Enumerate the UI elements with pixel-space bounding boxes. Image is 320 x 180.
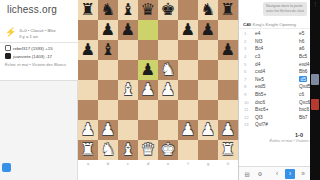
black-color-icon <box>5 53 11 59</box>
white-bishop-c4[interactable]: ♝ <box>118 80 138 100</box>
coord-d: d <box>138 160 158 168</box>
square-b6[interactable]: ♝ <box>98 40 118 60</box>
white-move-8[interactable]: exd5 <box>255 84 299 89</box>
square-c8[interactable]: ♝ <box>118 0 138 20</box>
square-g4[interactable] <box>198 80 218 100</box>
square-g3[interactable] <box>198 100 218 120</box>
white-queen-d1[interactable]: ♛ <box>138 140 158 160</box>
white-move-13[interactable]: Qxf7# <box>255 122 299 127</box>
move-row-4: 4c3Bc5 <box>239 53 320 61</box>
square-c6[interactable] <box>118 40 138 60</box>
square-b8[interactable]: ♞ <box>98 0 118 20</box>
square-f2[interactable]: ♟ <box>178 120 198 140</box>
chat-panel[interactable] <box>0 80 78 180</box>
move-row-13: 13Qxf7# <box>239 121 320 129</box>
blitz-bolt-icon: ⚡ <box>5 28 16 37</box>
move-row-12: 12Qf3Bb7 <box>239 114 320 122</box>
white-move-7[interactable]: Ne5 <box>255 77 299 82</box>
white-player-name[interactable]: rebel317 (1593) +15 <box>13 46 53 51</box>
move-number: 4 <box>239 54 255 59</box>
coord-g: g <box>198 160 218 168</box>
black-pawn-b7[interactable]: ♟ <box>98 20 118 40</box>
black-player-row[interactable]: juanviete (1403) -17 <box>5 53 78 59</box>
move-list: 1e4e52Nf3h63Bc4a64c3Bc55d4exd46cxd4Bb67N… <box>239 30 320 129</box>
move-row-1: 1e4e5 <box>239 30 320 38</box>
black-rook-a8[interactable]: ♜ <box>78 0 98 20</box>
square-f8[interactable] <box>178 0 198 20</box>
white-move-1[interactable]: e4 <box>255 31 299 36</box>
square-e7[interactable] <box>158 20 178 40</box>
square-a3[interactable] <box>78 100 98 120</box>
white-bishop-c1[interactable]: ♝ <box>118 140 138 160</box>
white-pawn-g2[interactable]: ♟ <box>198 120 218 140</box>
square-g7[interactable]: ♟ <box>198 20 218 40</box>
file-coordinates: abcdefgh <box>78 160 238 168</box>
sidebar: lichess.org ⚡ 3+0 • Classé • Blitz Il y … <box>0 0 78 180</box>
prev-move-button[interactable]: ‹ <box>272 169 282 179</box>
black-rook-h8[interactable]: ♜ <box>218 0 238 20</box>
white-knight-b1[interactable]: ♞ <box>98 140 118 160</box>
square-b1[interactable]: ♞ <box>98 140 118 160</box>
square-e4[interactable]: ♟ <box>158 80 178 100</box>
square-h7[interactable] <box>218 20 238 40</box>
white-move-11[interactable]: Bxc6+ <box>255 107 299 112</box>
coord-h: h <box>218 160 238 168</box>
last-move-button[interactable]: » <box>298 169 308 179</box>
square-c4[interactable]: ♝ <box>118 80 138 100</box>
move-row-8: 8exd5Qxd5 <box>239 83 320 91</box>
white-move-6[interactable]: cxd4 <box>255 69 299 74</box>
square-h1[interactable]: ♜ <box>218 140 238 160</box>
game-meta-line1: 3+0 • Classé • Blitz <box>19 28 55 34</box>
black-player-name[interactable]: juanviete (1403) -17 <box>13 54 52 59</box>
sidebar-result-text: Échec et mat • Victoire des Blancs <box>5 62 78 67</box>
chess-board[interactable]: ♜♞♝♛♚♞♜♟♟♟♟♟♝♟♟♞♝♟♟♟♟♟♟♟♜♞♝♛♚♜ <box>78 0 238 160</box>
tip-line1: Naviguez dans la partie <box>266 4 304 9</box>
square-e8[interactable]: ♚ <box>158 0 178 20</box>
white-pawn-e4[interactable]: ♟ <box>158 80 178 100</box>
square-f5[interactable] <box>178 60 198 80</box>
square-f6[interactable] <box>178 40 198 60</box>
square-d4[interactable]: ♟ <box>138 80 158 100</box>
edge-thumbnail-1[interactable] <box>311 74 319 85</box>
move-row-10: 10dxc6Qxc6 <box>239 98 320 106</box>
white-rook-h1[interactable]: ♜ <box>218 140 238 160</box>
white-move-9[interactable]: Bb5+ <box>255 92 299 97</box>
move-number: 12 <box>239 115 255 120</box>
edge-thumbnail-2[interactable] <box>311 99 319 110</box>
square-e6[interactable] <box>158 40 178 60</box>
square-a1[interactable]: ♜ <box>78 140 98 160</box>
black-knight-g8[interactable]: ♞ <box>198 0 218 20</box>
lichess-analysis-page: lichess.org ⚡ 3+0 • Classé • Blitz Il y … <box>0 0 320 180</box>
move-number: 8 <box>239 84 255 89</box>
white-player-row[interactable]: rebel317 (1593) +15 <box>5 45 78 51</box>
white-rook-a1[interactable]: ♜ <box>78 140 98 160</box>
square-d1[interactable]: ♛ <box>138 140 158 160</box>
square-f4[interactable] <box>178 80 198 100</box>
square-d6[interactable] <box>138 40 158 60</box>
square-d2[interactable] <box>138 120 158 140</box>
board-grid-icon[interactable]: ▤ <box>242 169 252 179</box>
move-number: 11 <box>239 107 255 112</box>
white-pawn-d4[interactable]: ♟ <box>138 80 158 100</box>
move-row-11: 11Bxc6+bxc6 <box>239 106 320 114</box>
black-pawn-f7[interactable]: ♟ <box>178 20 198 40</box>
white-move-3[interactable]: Bc4 <box>255 46 299 51</box>
coord-f: f <box>178 160 198 168</box>
divider <box>0 42 78 43</box>
result-block: 1-0 Échec et mat • Victoire des Blancs <box>239 132 320 144</box>
square-g8[interactable]: ♞ <box>198 0 218 20</box>
move-row-2: 2Nf3h6 <box>239 38 320 46</box>
move-number: 2 <box>239 39 255 44</box>
square-g2[interactable]: ♟ <box>198 120 218 140</box>
square-f7[interactable]: ♟ <box>178 20 198 40</box>
square-a2[interactable]: ♟ <box>78 120 98 140</box>
white-move-2[interactable]: Nf3 <box>255 39 299 44</box>
black-pawn-d5[interactable]: ♟ <box>138 60 158 80</box>
square-c2[interactable] <box>118 120 138 140</box>
move-row-5: 5d4exd4 <box>239 60 320 68</box>
coord-c: c <box>118 160 138 168</box>
white-move-4[interactable]: c3 <box>255 54 299 59</box>
black-queen-d8[interactable]: ♛ <box>138 0 158 20</box>
square-c1[interactable]: ♝ <box>118 140 138 160</box>
result-status: Échec et mat • Victoire des Blancs <box>239 139 320 144</box>
square-c3[interactable] <box>118 100 138 120</box>
analysis-panel: Naviguez dans la partie avec les flèches… <box>238 0 311 180</box>
square-h5[interactable] <box>218 60 238 80</box>
square-d5[interactable]: ♟ <box>138 60 158 80</box>
tip-line2: avec les flèches du clavier <box>266 9 304 14</box>
square-f3[interactable] <box>178 100 198 120</box>
move-row-3: 3Bc4a6 <box>239 45 320 53</box>
move-row-9: 9Bb5+c6 <box>239 91 320 99</box>
right-edge-strip: ⋮ <box>310 0 320 180</box>
bottom-left-blue-button[interactable] <box>2 163 11 172</box>
white-pawn-f2[interactable]: ♟ <box>178 120 198 140</box>
square-f1[interactable] <box>178 140 198 160</box>
square-d7[interactable] <box>138 20 158 40</box>
coord-a: a <box>78 160 98 168</box>
square-c7[interactable]: ♟ <box>118 20 138 40</box>
square-e3[interactable] <box>158 100 178 120</box>
white-king-e1[interactable]: ♚ <box>158 140 178 160</box>
white-move-5[interactable]: d4 <box>255 62 299 67</box>
coord-e: e <box>158 160 178 168</box>
move-number: 10 <box>239 100 255 105</box>
move-number: 6 <box>239 69 255 74</box>
square-g6[interactable] <box>198 40 218 60</box>
move-number: 13 <box>239 122 255 127</box>
game-meta: ⚡ 3+0 • Classé • Blitz Il y a 1 an <box>5 28 78 39</box>
opening-name: C40King's Knight Opening <box>239 20 311 29</box>
square-a4[interactable] <box>78 80 98 100</box>
square-h8[interactable]: ♜ <box>218 0 238 20</box>
square-d3[interactable] <box>138 100 158 120</box>
move-number: 7 <box>239 77 255 82</box>
square-a5[interactable] <box>78 60 98 80</box>
opening-eco: C40 <box>243 22 251 27</box>
square-c5[interactable] <box>118 60 138 80</box>
square-b2[interactable]: ♟ <box>98 120 118 140</box>
move-number: 1 <box>239 31 255 36</box>
square-e2[interactable] <box>158 120 178 140</box>
black-knight-b8[interactable]: ♞ <box>98 0 118 20</box>
move-row-6: 6cxd4Bb6 <box>239 68 320 76</box>
white-pawn-b2[interactable]: ♟ <box>98 120 118 140</box>
square-g5[interactable] <box>198 60 218 80</box>
move-number: 3 <box>239 46 255 51</box>
square-h4[interactable] <box>218 80 238 100</box>
white-pawn-a2[interactable]: ♟ <box>78 120 98 140</box>
move-row-7: 7Ne5d5 <box>239 76 320 84</box>
square-b4[interactable] <box>98 80 118 100</box>
next-move-button[interactable]: › <box>285 169 295 179</box>
white-move-12[interactable]: Qf3 <box>255 115 299 120</box>
keyboard-tip-box: Naviguez dans la partie avec les flèches… <box>263 2 307 16</box>
white-color-icon <box>5 45 11 51</box>
square-h3[interactable] <box>218 100 238 120</box>
white-knight-e5[interactable]: ♞ <box>158 60 178 80</box>
square-b5[interactable] <box>98 60 118 80</box>
square-b3[interactable] <box>98 100 118 120</box>
square-h6[interactable]: ♟ <box>218 40 238 60</box>
opening-title: King's Knight Opening <box>253 22 296 27</box>
move-number: 9 <box>239 92 255 97</box>
square-e5[interactable]: ♞ <box>158 60 178 80</box>
gear-icon[interactable]: ⚙ <box>255 169 265 179</box>
square-a8[interactable]: ♜ <box>78 0 98 20</box>
lichess-logo[interactable]: lichess.org <box>0 0 78 15</box>
square-d8[interactable]: ♛ <box>138 0 158 20</box>
black-pawn-c7[interactable]: ♟ <box>118 20 138 40</box>
square-h2[interactable]: ♟ <box>218 120 238 140</box>
square-b7[interactable]: ♟ <box>98 20 118 40</box>
black-bishop-c8[interactable]: ♝ <box>118 0 138 20</box>
move-number: 5 <box>239 62 255 67</box>
black-pawn-g7[interactable]: ♟ <box>198 20 218 40</box>
analysis-toolbar: ▤ ⚙ ‹ › » <box>239 166 311 180</box>
black-pawn-a6[interactable]: ♟ <box>78 40 98 60</box>
square-g1[interactable] <box>198 140 218 160</box>
black-pawn-h6[interactable]: ♟ <box>218 40 238 60</box>
square-e1[interactable]: ♚ <box>158 140 178 160</box>
game-meta-line2: Il y a 1 an <box>19 34 55 40</box>
white-pawn-h2[interactable]: ♟ <box>218 120 238 140</box>
white-move-10[interactable]: dxc6 <box>255 100 299 105</box>
square-a6[interactable]: ♟ <box>78 40 98 60</box>
coord-b: b <box>98 160 118 168</box>
black-bishop-b6[interactable]: ♝ <box>98 40 118 60</box>
vertical-ellipsis-icon: ⋮ <box>313 2 317 6</box>
square-a7[interactable] <box>78 20 98 40</box>
black-king-e8[interactable]: ♚ <box>158 0 178 20</box>
